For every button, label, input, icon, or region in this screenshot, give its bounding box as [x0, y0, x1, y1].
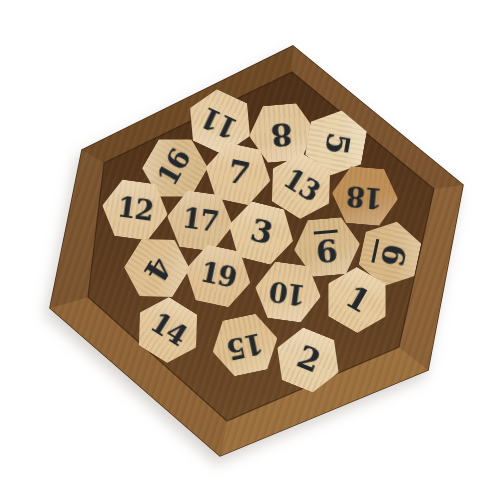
tile-number: 6: [371, 239, 410, 270]
tile-number: 4: [139, 252, 176, 286]
tile-number: 19: [198, 258, 238, 292]
tile-number: 2: [293, 341, 324, 377]
tile-number: 17: [181, 204, 220, 236]
tile-number: 5: [320, 130, 354, 156]
tiles-layer: 11851671318121739641910114152: [0, 0, 500, 500]
tile-number: 18: [346, 182, 384, 212]
tile-2[interactable]: 2: [267, 321, 350, 399]
tile-number: 8: [270, 118, 293, 151]
tile-number: 7: [225, 156, 252, 191]
tile-number: 16: [154, 145, 195, 189]
tile-number: 11: [198, 103, 242, 143]
puzzle-scene: 11851671318121739641910114152: [0, 0, 500, 500]
tile-number: 1: [341, 281, 374, 318]
tile-number: 9: [313, 229, 341, 266]
tile-number: 10: [268, 277, 307, 309]
tile-number: 14: [146, 308, 190, 350]
tile-number: 15: [225, 329, 265, 363]
tile-number: 12: [116, 193, 155, 225]
tile-number: 13: [279, 164, 323, 206]
tile-number: 3: [248, 214, 275, 249]
tile-15[interactable]: 15: [207, 310, 283, 379]
